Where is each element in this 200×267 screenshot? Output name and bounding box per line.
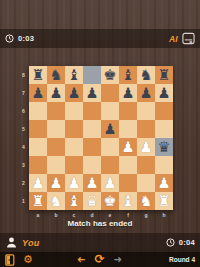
white-knight-g1[interactable]: ♞ <box>140 192 153 210</box>
black-pawn-b7[interactable]: ♟ <box>50 84 63 102</box>
file-label-g: g <box>137 211 155 219</box>
square-c6[interactable] <box>65 102 83 120</box>
square-e7[interactable] <box>101 84 119 102</box>
white-rook-a1[interactable]: ♜ <box>32 192 45 210</box>
square-c2[interactable]: ♟ <box>65 174 83 192</box>
rank-label-2: 2 <box>20 174 27 192</box>
black-pawn-a7[interactable]: ♟ <box>32 84 45 102</box>
white-pawn-e2[interactable]: ♟ <box>104 174 117 192</box>
square-f7[interactable]: ♟ <box>119 84 137 102</box>
black-pawn-e5[interactable]: ♟ <box>104 120 117 138</box>
square-a4[interactable] <box>29 138 47 156</box>
white-king-e1[interactable]: ♚ <box>104 192 117 210</box>
black-queen-h4[interactable]: ♛ <box>158 138 171 156</box>
file-label-c: c <box>65 211 83 219</box>
square-a5[interactable] <box>29 120 47 138</box>
square-b2[interactable]: ♟ <box>47 174 65 192</box>
square-a7[interactable]: ♟ <box>29 84 47 102</box>
square-c1[interactable]: ♝ <box>65 192 83 210</box>
round-label: Round 4 <box>169 252 195 267</box>
move-navigation: ➜ ⟳ ➜ <box>77 252 122 267</box>
rank-label-7: 7 <box>20 84 27 102</box>
white-pawn-b2[interactable]: ♟ <box>50 174 63 192</box>
square-h5[interactable] <box>155 120 173 138</box>
rank-label-4: 4 <box>20 138 27 156</box>
white-bishop-c1[interactable]: ♝ <box>68 192 81 210</box>
file-label-b: b <box>47 211 65 219</box>
square-c8[interactable]: ♝ <box>65 66 83 84</box>
file-label-e: e <box>101 211 119 219</box>
rank-labels: 87654321 <box>20 66 27 210</box>
square-d7[interactable]: ♟ <box>83 84 101 102</box>
player-bar: You 0:04 <box>0 233 200 252</box>
black-pawn-h7[interactable]: ♟ <box>158 84 171 102</box>
square-c4[interactable] <box>65 138 83 156</box>
opponent-bar: 0:03 AI <box>0 29 200 48</box>
square-h2[interactable]: ♟ <box>155 174 173 192</box>
square-g5[interactable] <box>137 120 155 138</box>
square-a8[interactable]: ♜ <box>29 66 47 84</box>
square-g1[interactable]: ♞ <box>137 192 155 210</box>
black-bishop-f8[interactable]: ♝ <box>122 66 135 84</box>
file-label-h: h <box>155 211 173 219</box>
file-label-f: f <box>119 211 137 219</box>
square-a6[interactable] <box>29 102 47 120</box>
square-e5[interactable]: ♟ <box>101 120 119 138</box>
black-knight-b8[interactable]: ♞ <box>50 66 63 84</box>
square-a2[interactable]: ♟ <box>29 174 47 192</box>
opponent-timer: 0:03 <box>18 34 34 43</box>
square-d5[interactable] <box>83 120 101 138</box>
opponent-name: AI <box>169 34 178 44</box>
white-pawn-g4[interactable]: ♟ <box>140 138 153 156</box>
redo-arrow-icon[interactable]: ➜ <box>114 254 122 265</box>
square-f5[interactable] <box>119 120 137 138</box>
square-b8[interactable]: ♞ <box>47 66 65 84</box>
square-b7[interactable]: ♟ <box>47 84 65 102</box>
square-b3[interactable] <box>47 156 65 174</box>
white-bishop-f1[interactable]: ♝ <box>122 192 135 210</box>
black-knight-g8[interactable]: ♞ <box>140 66 153 84</box>
square-c7[interactable]: ♟ <box>65 84 83 102</box>
exit-icon[interactable] <box>5 254 15 266</box>
restart-icon[interactable]: ⟳ <box>95 252 105 267</box>
rank-label-1: 1 <box>20 192 27 210</box>
rank-label-5: 5 <box>20 120 27 138</box>
square-h7[interactable]: ♟ <box>155 84 173 102</box>
white-knight-b1[interactable]: ♞ <box>50 192 63 210</box>
rank-label-3: 3 <box>20 156 27 174</box>
square-b4[interactable] <box>47 138 65 156</box>
square-d3[interactable] <box>83 156 101 174</box>
square-f6[interactable] <box>119 102 137 120</box>
match-status-text: Match has ended <box>0 219 200 228</box>
square-d2[interactable]: ♟ <box>83 174 101 192</box>
square-f8[interactable]: ♝ <box>119 66 137 84</box>
white-queen-d1[interactable]: ♛ <box>86 192 99 210</box>
player-timer: 0:04 <box>179 238 195 247</box>
black-pawn-f7[interactable]: ♟ <box>122 84 135 102</box>
square-d6[interactable] <box>83 102 101 120</box>
square-e8[interactable]: ♚ <box>101 66 119 84</box>
square-e4[interactable] <box>101 138 119 156</box>
square-c3[interactable] <box>65 156 83 174</box>
rank-label-6: 6 <box>20 102 27 120</box>
square-e3[interactable] <box>101 156 119 174</box>
square-e1[interactable]: ♚ <box>101 192 119 210</box>
square-e6[interactable] <box>101 102 119 120</box>
square-g4[interactable]: ♟ <box>137 138 155 156</box>
square-b5[interactable] <box>47 120 65 138</box>
black-pawn-d7[interactable]: ♟ <box>86 84 99 102</box>
rank-label-8: 8 <box>20 66 27 84</box>
square-h3[interactable] <box>155 156 173 174</box>
square-e2[interactable]: ♟ <box>101 174 119 192</box>
square-b1[interactable]: ♞ <box>47 192 65 210</box>
file-label-d: d <box>83 211 101 219</box>
square-d4[interactable] <box>83 138 101 156</box>
file-labels: abcdefgh <box>29 211 173 219</box>
square-a1[interactable]: ♜ <box>29 192 47 210</box>
white-pawn-d2[interactable]: ♟ <box>86 174 99 192</box>
white-pawn-h2[interactable]: ♟ <box>158 174 171 192</box>
black-rook-a8[interactable]: ♜ <box>32 66 45 84</box>
square-g3[interactable] <box>137 156 155 174</box>
black-bishop-c8[interactable]: ♝ <box>68 66 81 84</box>
black-king-e8[interactable]: ♚ <box>104 66 117 84</box>
square-c5[interactable] <box>65 120 83 138</box>
square-d8[interactable] <box>83 66 101 84</box>
square-a3[interactable] <box>29 156 47 174</box>
settings-gear-icon[interactable]: ⚙ <box>23 252 33 267</box>
undo-arrow-icon[interactable]: ➜ <box>77 254 85 265</box>
square-h8[interactable]: ♜ <box>155 66 173 84</box>
chess-app-screen: 0:03 AI 87654321 ♜♞♝♚♝♞♜♟♟♟♟♟♟♟♟♟♟♛♟♟♟♟♟… <box>0 0 200 267</box>
white-pawn-a2[interactable]: ♟ <box>32 174 45 192</box>
square-g6[interactable] <box>137 102 155 120</box>
chess-board[interactable]: ♜♞♝♚♝♞♜♟♟♟♟♟♟♟♟♟♟♛♟♟♟♟♟♟♜♞♝♛♚♝♞♜ <box>29 66 173 210</box>
square-h4[interactable]: ♛ <box>155 138 173 156</box>
white-rook-h1[interactable]: ♜ <box>158 192 171 210</box>
square-g7[interactable]: ♟ <box>137 84 155 102</box>
square-h6[interactable] <box>155 102 173 120</box>
square-g8[interactable]: ♞ <box>137 66 155 84</box>
square-b6[interactable] <box>47 102 65 120</box>
file-label-a: a <box>29 211 47 219</box>
ai-robot-icon[interactable] <box>182 32 195 45</box>
square-g2[interactable] <box>137 174 155 192</box>
player-clock-icon <box>166 238 175 247</box>
white-pawn-c2[interactable]: ♟ <box>68 174 81 192</box>
player-name: You <box>22 238 40 248</box>
square-f3[interactable] <box>119 156 137 174</box>
black-pawn-c7[interactable]: ♟ <box>68 84 81 102</box>
square-h1[interactable]: ♜ <box>155 192 173 210</box>
square-d1[interactable]: ♛ <box>83 192 101 210</box>
square-f2[interactable] <box>119 174 137 192</box>
black-rook-h8[interactable]: ♜ <box>158 66 171 84</box>
black-pawn-g7[interactable]: ♟ <box>140 84 153 102</box>
white-pawn-f4[interactable]: ♟ <box>122 138 135 156</box>
opponent-clock-icon <box>5 34 14 43</box>
player-avatar-icon <box>5 236 18 249</box>
square-f1[interactable]: ♝ <box>119 192 137 210</box>
square-f4[interactable]: ♟ <box>119 138 137 156</box>
